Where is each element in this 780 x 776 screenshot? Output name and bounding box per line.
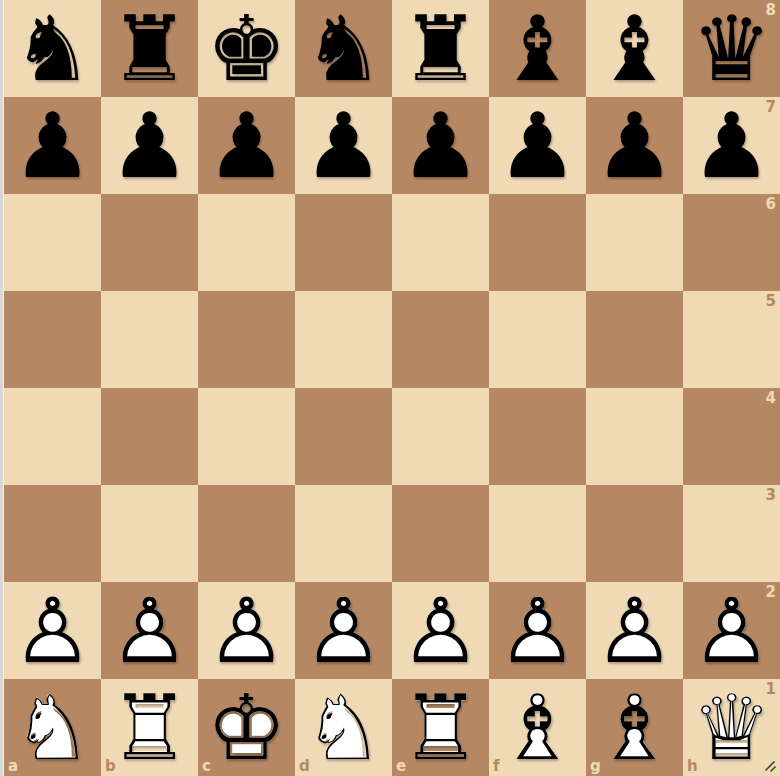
square-c6[interactable] xyxy=(198,194,295,291)
square-a6[interactable] xyxy=(4,194,101,291)
square-d3[interactable] xyxy=(295,485,392,582)
rank-label-5: 5 xyxy=(766,294,776,309)
square-f6[interactable] xyxy=(489,194,586,291)
square-e2[interactable]: ♟♙ xyxy=(392,582,489,679)
piece-white-pawn[interactable]: ♟♙ xyxy=(198,582,295,679)
square-e4[interactable] xyxy=(392,388,489,485)
square-d4[interactable] xyxy=(295,388,392,485)
square-g6[interactable] xyxy=(586,194,683,291)
piece-black-knight[interactable]: ♞ xyxy=(295,0,392,97)
square-f7[interactable]: ♟ xyxy=(489,97,586,194)
piece-outline-glyph: ♖ xyxy=(392,679,489,776)
piece-outline-glyph: ♙ xyxy=(392,582,489,679)
file-label-a: a xyxy=(8,759,18,774)
square-e6[interactable] xyxy=(392,194,489,291)
piece-black-rook[interactable]: ♜ xyxy=(392,0,489,97)
piece-white-king[interactable]: ♚♔ xyxy=(198,679,295,776)
square-g2[interactable]: ♟♙ xyxy=(586,582,683,679)
square-h7[interactable]: ♟7 xyxy=(683,97,780,194)
piece-black-bishop[interactable]: ♝ xyxy=(489,0,586,97)
piece-black-pawn[interactable]: ♟ xyxy=(295,97,392,194)
square-b5[interactable] xyxy=(101,291,198,388)
square-b1[interactable]: ♜♖b xyxy=(101,679,198,776)
square-e7[interactable]: ♟ xyxy=(392,97,489,194)
square-c4[interactable] xyxy=(198,388,295,485)
piece-white-bishop[interactable]: ♝♗ xyxy=(489,679,586,776)
square-f4[interactable] xyxy=(489,388,586,485)
square-b8[interactable]: ♜ xyxy=(101,0,198,97)
square-f1[interactable]: ♝♗f xyxy=(489,679,586,776)
rank-label-6: 6 xyxy=(766,197,776,212)
square-a8[interactable]: ♞ xyxy=(4,0,101,97)
piece-outline-glyph: ♙ xyxy=(295,582,392,679)
square-a7[interactable]: ♟ xyxy=(4,97,101,194)
square-h8[interactable]: ♛8 xyxy=(683,0,780,97)
square-h6[interactable]: 6 xyxy=(683,194,780,291)
square-b4[interactable] xyxy=(101,388,198,485)
piece-black-knight[interactable]: ♞ xyxy=(4,0,101,97)
rank-label-4: 4 xyxy=(766,391,776,406)
piece-black-pawn[interactable]: ♟ xyxy=(586,97,683,194)
board-resize-handle[interactable] xyxy=(763,759,777,773)
square-d5[interactable] xyxy=(295,291,392,388)
rank-label-8: 8 xyxy=(766,3,776,18)
chess-board: ♞♜♚♞♜♝♝♛8♟♟♟♟♟♟♟♟76543♟♙♟♙♟♙♟♙♟♙♟♙♟♙♟♙2♞… xyxy=(4,0,780,776)
square-f5[interactable] xyxy=(489,291,586,388)
rank-label-2: 2 xyxy=(766,585,776,600)
square-f2[interactable]: ♟♙ xyxy=(489,582,586,679)
piece-white-knight[interactable]: ♞♘ xyxy=(4,679,101,776)
square-b3[interactable] xyxy=(101,485,198,582)
piece-outline-glyph: ♙ xyxy=(586,582,683,679)
square-a5[interactable] xyxy=(4,291,101,388)
piece-black-bishop[interactable]: ♝ xyxy=(586,0,683,97)
square-d8[interactable]: ♞ xyxy=(295,0,392,97)
square-g4[interactable] xyxy=(586,388,683,485)
piece-black-pawn[interactable]: ♟ xyxy=(101,97,198,194)
rank-label-7: 7 xyxy=(766,100,776,115)
square-a2[interactable]: ♟♙ xyxy=(4,582,101,679)
square-c3[interactable] xyxy=(198,485,295,582)
piece-outline-glyph: ♙ xyxy=(101,582,198,679)
square-e5[interactable] xyxy=(392,291,489,388)
square-g1[interactable]: ♝♗g xyxy=(586,679,683,776)
file-label-e: e xyxy=(396,759,406,774)
square-e1[interactable]: ♜♖e xyxy=(392,679,489,776)
square-c7[interactable]: ♟ xyxy=(198,97,295,194)
piece-white-pawn[interactable]: ♟♙ xyxy=(4,582,101,679)
square-h3[interactable]: 3 xyxy=(683,485,780,582)
square-a4[interactable] xyxy=(4,388,101,485)
file-label-c: c xyxy=(202,759,211,774)
square-d2[interactable]: ♟♙ xyxy=(295,582,392,679)
rank-label-1: 1 xyxy=(766,682,776,697)
piece-black-pawn[interactable]: ♟ xyxy=(392,97,489,194)
piece-outline-glyph: ♗ xyxy=(489,679,586,776)
piece-white-pawn[interactable]: ♟♙ xyxy=(295,582,392,679)
piece-white-pawn[interactable]: ♟♙ xyxy=(586,582,683,679)
piece-black-rook[interactable]: ♜ xyxy=(101,0,198,97)
file-label-b: b xyxy=(105,759,116,774)
piece-white-pawn[interactable]: ♟♙ xyxy=(392,582,489,679)
square-h4[interactable]: 4 xyxy=(683,388,780,485)
file-label-d: d xyxy=(299,759,310,774)
square-g3[interactable] xyxy=(586,485,683,582)
piece-white-rook[interactable]: ♜♖ xyxy=(392,679,489,776)
square-g8[interactable]: ♝ xyxy=(586,0,683,97)
square-c5[interactable] xyxy=(198,291,295,388)
rank-label-3: 3 xyxy=(766,488,776,503)
square-b6[interactable] xyxy=(101,194,198,291)
square-f8[interactable]: ♝ xyxy=(489,0,586,97)
square-c1[interactable]: ♚♔c xyxy=(198,679,295,776)
piece-black-pawn[interactable]: ♟ xyxy=(489,97,586,194)
square-d1[interactable]: ♞♘d xyxy=(295,679,392,776)
page: ♞♜♚♞♜♝♝♛8♟♟♟♟♟♟♟♟76543♟♙♟♙♟♙♟♙♟♙♟♙♟♙♟♙2♞… xyxy=(0,0,780,776)
file-label-f: f xyxy=(493,759,500,774)
square-a3[interactable] xyxy=(4,485,101,582)
square-g7[interactable]: ♟ xyxy=(586,97,683,194)
piece-outline-glyph: ♙ xyxy=(489,582,586,679)
square-h1[interactable]: ♛♕1h xyxy=(683,679,780,776)
piece-outline-glyph: ♙ xyxy=(4,582,101,679)
file-label-g: g xyxy=(590,759,601,774)
square-c2[interactable]: ♟♙ xyxy=(198,582,295,679)
square-h2[interactable]: ♟♙2 xyxy=(683,582,780,679)
piece-outline-glyph: ♘ xyxy=(4,679,101,776)
piece-white-pawn[interactable]: ♟♙ xyxy=(489,582,586,679)
square-e8[interactable]: ♜ xyxy=(392,0,489,97)
piece-outline-glyph: ♙ xyxy=(198,582,295,679)
square-h5[interactable]: 5 xyxy=(683,291,780,388)
piece-outline-glyph: ♔ xyxy=(198,679,295,776)
square-c8[interactable]: ♚ xyxy=(198,0,295,97)
file-label-h: h xyxy=(687,759,698,774)
square-b7[interactable]: ♟ xyxy=(101,97,198,194)
square-g5[interactable] xyxy=(586,291,683,388)
square-e3[interactable] xyxy=(392,485,489,582)
piece-black-pawn[interactable]: ♟ xyxy=(198,97,295,194)
square-a1[interactable]: ♞♘a xyxy=(4,679,101,776)
piece-black-pawn[interactable]: ♟ xyxy=(4,97,101,194)
piece-white-pawn[interactable]: ♟♙ xyxy=(101,582,198,679)
square-f3[interactable] xyxy=(489,485,586,582)
square-d7[interactable]: ♟ xyxy=(295,97,392,194)
square-d6[interactable] xyxy=(295,194,392,291)
piece-black-king[interactable]: ♚ xyxy=(198,0,295,97)
square-b2[interactable]: ♟♙ xyxy=(101,582,198,679)
